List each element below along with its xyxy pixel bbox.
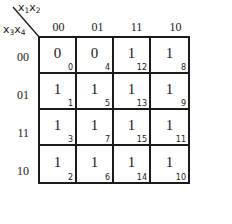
kmap-cell-m15: 115 bbox=[114, 110, 151, 146]
col-var-sub-2: 2 bbox=[36, 6, 41, 15]
cell-minterm-index: 1 bbox=[68, 99, 73, 108]
cell-value: 1 bbox=[91, 82, 99, 100]
cell-value: 1 bbox=[91, 155, 99, 173]
cell-value: 1 bbox=[128, 118, 136, 136]
kmap-cell-m4: 04 bbox=[77, 38, 114, 74]
kmap-cell-m0: 00 bbox=[40, 38, 77, 74]
cell-value: 1 bbox=[166, 46, 174, 64]
karnaugh-map: x1x2 x3x4 00 01 11 10 00 01 11 10 00 04 … bbox=[0, 0, 232, 224]
cell-value: 1 bbox=[128, 46, 136, 64]
column-header-10: 10 bbox=[156, 20, 195, 35]
cell-minterm-index: 6 bbox=[105, 173, 110, 182]
cell-minterm-index: 8 bbox=[181, 63, 186, 72]
cell-value: 0 bbox=[91, 46, 99, 64]
cell-value: 0 bbox=[54, 46, 62, 64]
row-var-sub-2: 4 bbox=[21, 28, 26, 37]
cell-minterm-index: 14 bbox=[137, 173, 147, 182]
cell-value: 1 bbox=[54, 82, 62, 100]
cell-value: 1 bbox=[166, 82, 174, 100]
kmap-cell-m7: 17 bbox=[77, 110, 114, 146]
cell-minterm-index: 11 bbox=[176, 135, 186, 144]
kmap-cell-m14: 114 bbox=[114, 146, 151, 182]
cell-value: 1 bbox=[166, 118, 174, 136]
kmap-cell-m11: 111 bbox=[151, 110, 188, 146]
cell-value: 1 bbox=[166, 155, 174, 173]
cell-minterm-index: 7 bbox=[105, 135, 110, 144]
kmap-cell-m1: 11 bbox=[40, 74, 77, 110]
kmap-cell-m9: 19 bbox=[151, 74, 188, 110]
column-variables-label: x1x2 bbox=[18, 1, 41, 15]
cell-minterm-index: 0 bbox=[68, 63, 73, 72]
kmap-cell-m5: 15 bbox=[77, 74, 114, 110]
cell-minterm-index: 10 bbox=[176, 173, 186, 182]
cell-value: 1 bbox=[54, 118, 62, 136]
cell-value: 1 bbox=[54, 155, 62, 173]
kmap-grid: 00 04 112 18 11 15 113 19 13 17 115 111 … bbox=[38, 36, 190, 184]
cell-minterm-index: 12 bbox=[137, 63, 147, 72]
kmap-cell-m3: 13 bbox=[40, 110, 77, 146]
kmap-cell-m10: 110 bbox=[151, 146, 188, 182]
cell-minterm-index: 13 bbox=[137, 99, 147, 108]
kmap-cell-m2: 12 bbox=[40, 146, 77, 182]
kmap-cell-m13: 113 bbox=[114, 74, 151, 110]
row-header-10: 10 bbox=[0, 152, 34, 190]
cell-minterm-index: 2 bbox=[68, 173, 73, 182]
row-header-01: 01 bbox=[0, 76, 34, 114]
row-header-00: 00 bbox=[0, 38, 34, 76]
cell-value: 1 bbox=[128, 155, 136, 173]
cell-minterm-index: 3 bbox=[68, 135, 73, 144]
cell-minterm-index: 15 bbox=[137, 135, 147, 144]
row-header-11: 11 bbox=[0, 114, 34, 152]
kmap-cell-m12: 112 bbox=[114, 38, 151, 74]
cell-value: 1 bbox=[128, 82, 136, 100]
kmap-cell-m6: 16 bbox=[77, 146, 114, 182]
cell-minterm-index: 9 bbox=[181, 99, 186, 108]
kmap-cell-m8: 18 bbox=[151, 38, 188, 74]
column-headers: 00 01 11 10 bbox=[39, 20, 195, 35]
cell-value: 1 bbox=[91, 118, 99, 136]
cell-minterm-index: 5 bbox=[105, 99, 110, 108]
cell-minterm-index: 4 bbox=[105, 63, 110, 72]
column-header-11: 11 bbox=[117, 20, 156, 35]
row-headers: 00 01 11 10 bbox=[0, 38, 34, 190]
column-header-01: 01 bbox=[78, 20, 117, 35]
row-variables-label: x3x4 bbox=[3, 23, 26, 37]
column-header-00: 00 bbox=[39, 20, 78, 35]
